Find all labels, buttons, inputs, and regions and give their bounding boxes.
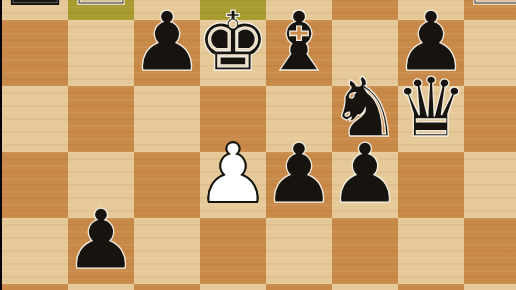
black-pawn-piece[interactable]: ♟: [64, 199, 138, 281]
square-h6[interactable]: 6: [464, 86, 516, 152]
square-a7[interactable]: [2, 20, 68, 86]
square-d3[interactable]: [200, 284, 266, 290]
square-b7[interactable]: [68, 20, 134, 86]
square-e5[interactable]: ♟: [266, 152, 332, 218]
chess-board: ♜♜♜♟♚♝♟7♞♛6♟♟♟5♟4: [2, 0, 516, 290]
square-a8[interactable]: ♜: [2, 0, 68, 20]
square-c5[interactable]: [134, 152, 200, 218]
square-f4[interactable]: [332, 218, 398, 284]
square-c6[interactable]: [134, 86, 200, 152]
square-f3[interactable]: [332, 284, 398, 290]
white-rook-piece[interactable]: ♜: [0, 0, 72, 17]
square-b8[interactable]: ♜: [68, 0, 134, 20]
square-a3[interactable]: [2, 284, 68, 290]
square-a4[interactable]: [2, 218, 68, 284]
square-h3[interactable]: [464, 284, 516, 290]
square-b6[interactable]: [68, 86, 134, 152]
black-rook-piece[interactable]: ♜: [64, 0, 138, 17]
white-pawn-piece[interactable]: ♟: [196, 133, 270, 215]
square-a6[interactable]: [2, 86, 68, 152]
square-e7[interactable]: ♝: [266, 20, 332, 86]
square-e3[interactable]: [266, 284, 332, 290]
square-d4[interactable]: [200, 218, 266, 284]
square-b4[interactable]: ♟: [68, 218, 134, 284]
black-pawn-piece[interactable]: ♟: [328, 133, 402, 215]
black-queen-piece[interactable]: ♛: [394, 67, 468, 149]
black-king-piece[interactable]: ♚: [196, 1, 270, 83]
square-e4[interactable]: [266, 218, 332, 284]
square-g5[interactable]: [398, 152, 464, 218]
video-frame: ♜♜♜♟♚♝♟7♞♛6♟♟♟5♟4: [0, 0, 516, 290]
square-g3[interactable]: [398, 284, 464, 290]
black-pawn-piece[interactable]: ♟: [130, 1, 204, 83]
square-f8[interactable]: [332, 0, 398, 20]
square-g6[interactable]: ♛: [398, 86, 464, 152]
square-h5[interactable]: 5: [464, 152, 516, 218]
black-pawn-piece[interactable]: ♟: [262, 133, 336, 215]
square-f5[interactable]: ♟: [332, 152, 398, 218]
square-h7[interactable]: 7: [464, 20, 516, 86]
square-h8[interactable]: ♜: [464, 0, 516, 20]
square-c3[interactable]: [134, 284, 200, 290]
square-d7[interactable]: ♚: [200, 20, 266, 86]
square-d5[interactable]: ♟: [200, 152, 266, 218]
square-g4[interactable]: [398, 218, 464, 284]
black-bishop-piece[interactable]: ♝: [262, 1, 336, 83]
square-h4[interactable]: 4: [464, 218, 516, 284]
black-rook-piece[interactable]: ♜: [460, 0, 516, 17]
square-c4[interactable]: [134, 218, 200, 284]
square-c7[interactable]: ♟: [134, 20, 200, 86]
square-a5[interactable]: [2, 152, 68, 218]
